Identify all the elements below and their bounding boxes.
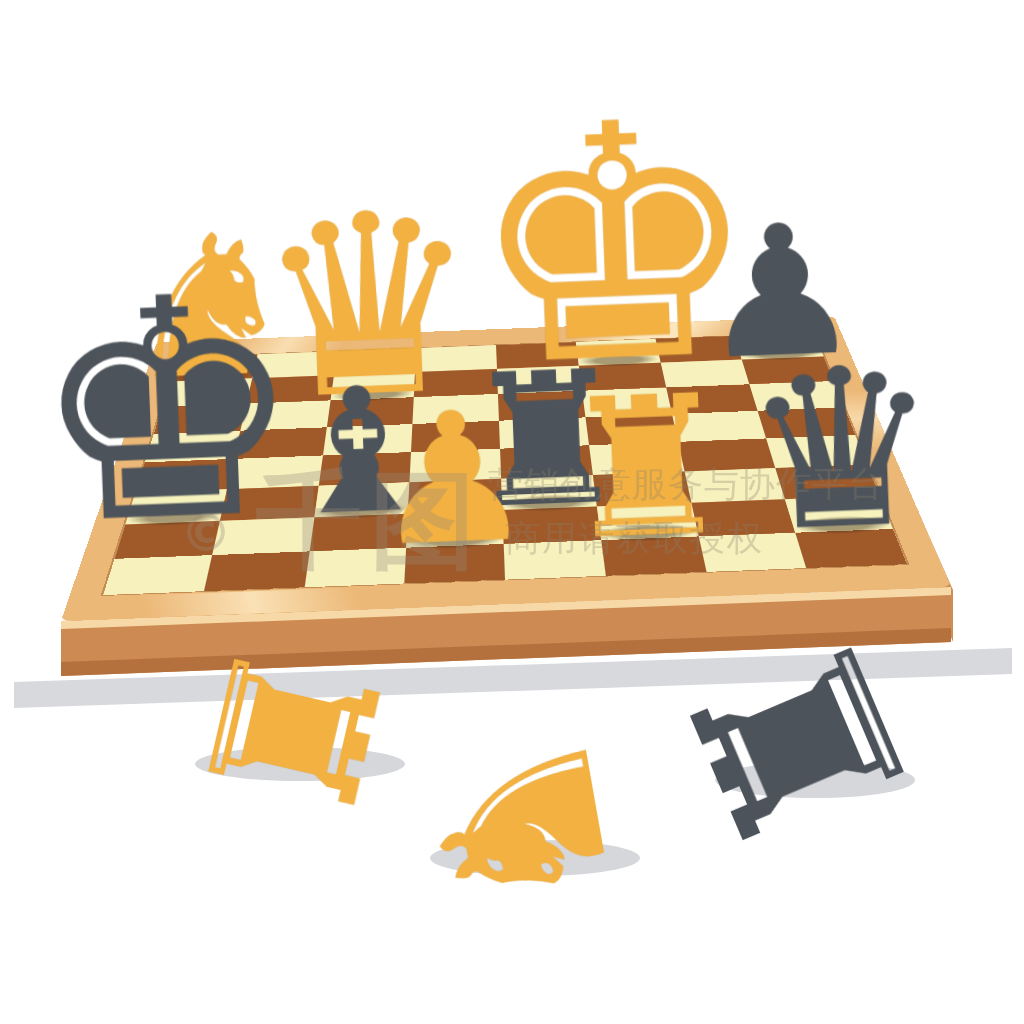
square-d2: ♟ [406, 510, 503, 547]
fallen-white-knight: ♞ [397, 709, 648, 941]
square-e1 [504, 540, 606, 580]
square-f2: ♜ [597, 503, 699, 540]
chess-board: ♞♚♟♛♚♝♜♟♜♛ [61, 316, 951, 621]
square-b1 [204, 551, 309, 591]
square-h2: ♛ [785, 496, 893, 533]
black-queen-h2: ♛ [739, 336, 944, 563]
board-rim: ♞♚♟♛♚♝♜♟♜♛ [61, 316, 951, 621]
square-c1 [304, 547, 406, 587]
black-king-a3: ♚ [27, 254, 310, 567]
white-rook-f2: ♜ [557, 368, 736, 566]
board-grid: ♞♚♟♛♚♝♜♟♜♛ [101, 332, 910, 596]
square-a3: ♚ [125, 489, 227, 525]
square-a1 [103, 555, 212, 595]
square-b2 [212, 517, 314, 555]
square-g1 [698, 533, 806, 572]
illustration-canvas: ♞♚♟♛♚♝♜♟♜♛ ♜♞♜ © 千图 营销创意服务与协作平台 商用请获取授权 [0, 0, 1024, 1024]
